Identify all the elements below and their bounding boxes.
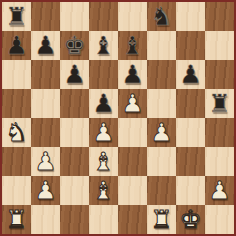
square-c7[interactable]: ♚ [60,31,89,60]
square-a5[interactable] [2,89,31,118]
square-c2[interactable] [60,176,89,205]
chess-board: ♜♞♟♟♚♝♝♟♟♟♟♟♜♞♟♟♟♝♟♝♟♜♜♚ [2,2,234,234]
square-g2[interactable] [176,176,205,205]
piece-black-bishop[interactable]: ♝ [92,31,114,60]
square-b8[interactable] [31,2,60,31]
square-a3[interactable] [2,147,31,176]
square-e8[interactable] [118,2,147,31]
square-h4[interactable] [205,118,234,147]
square-b2[interactable]: ♟ [31,176,60,205]
square-g4[interactable] [176,118,205,147]
piece-black-pawn[interactable]: ♟ [34,31,56,60]
square-h3[interactable] [205,147,234,176]
square-a6[interactable] [2,60,31,89]
piece-white-bishop[interactable]: ♝ [92,176,114,205]
square-a7[interactable]: ♟ [2,31,31,60]
square-g5[interactable] [176,89,205,118]
square-a1[interactable]: ♜ [2,205,31,234]
square-d5[interactable]: ♟ [89,89,118,118]
square-c4[interactable] [60,118,89,147]
square-d1[interactable] [89,205,118,234]
piece-white-pawn[interactable]: ♟ [92,118,114,147]
square-e3[interactable] [118,147,147,176]
square-e5[interactable]: ♟ [118,89,147,118]
piece-white-pawn[interactable]: ♟ [34,176,56,205]
piece-white-bishop[interactable]: ♝ [92,147,114,176]
square-c3[interactable] [60,147,89,176]
piece-white-pawn[interactable]: ♟ [34,147,56,176]
square-a2[interactable] [2,176,31,205]
square-e4[interactable] [118,118,147,147]
square-d7[interactable]: ♝ [89,31,118,60]
square-b6[interactable] [31,60,60,89]
square-g7[interactable] [176,31,205,60]
piece-black-pawn[interactable]: ♟ [5,31,27,60]
piece-white-knight[interactable]: ♞ [5,118,27,147]
square-g1[interactable]: ♚ [176,205,205,234]
square-f6[interactable] [147,60,176,89]
square-a8[interactable]: ♜ [2,2,31,31]
square-h6[interactable] [205,60,234,89]
square-c6[interactable]: ♟ [60,60,89,89]
piece-white-pawn[interactable]: ♟ [150,118,172,147]
square-f1[interactable]: ♜ [147,205,176,234]
piece-black-rook[interactable]: ♜ [5,2,27,31]
square-f5[interactable] [147,89,176,118]
square-h1[interactable] [205,205,234,234]
square-c8[interactable] [60,2,89,31]
piece-black-pawn[interactable]: ♟ [63,60,85,89]
square-b4[interactable] [31,118,60,147]
piece-white-pawn[interactable]: ♟ [121,89,143,118]
square-g6[interactable]: ♟ [176,60,205,89]
piece-white-rook[interactable]: ♜ [5,205,27,234]
square-f2[interactable] [147,176,176,205]
square-h8[interactable] [205,2,234,31]
square-a4[interactable]: ♞ [2,118,31,147]
square-e2[interactable] [118,176,147,205]
square-b5[interactable] [31,89,60,118]
square-f8[interactable]: ♞ [147,2,176,31]
square-f3[interactable] [147,147,176,176]
square-b3[interactable]: ♟ [31,147,60,176]
square-f4[interactable]: ♟ [147,118,176,147]
piece-black-pawn[interactable]: ♟ [92,89,114,118]
square-h5[interactable]: ♜ [205,89,234,118]
square-d6[interactable] [89,60,118,89]
board-frame: ♜♞♟♟♚♝♝♟♟♟♟♟♜♞♟♟♟♝♟♝♟♜♜♚ [0,0,236,236]
square-g3[interactable] [176,147,205,176]
square-b7[interactable]: ♟ [31,31,60,60]
square-e6[interactable]: ♟ [118,60,147,89]
piece-white-king[interactable]: ♚ [179,205,201,234]
square-g8[interactable] [176,2,205,31]
piece-black-pawn[interactable]: ♟ [179,60,201,89]
square-f7[interactable] [147,31,176,60]
square-e7[interactable]: ♝ [118,31,147,60]
square-h2[interactable]: ♟ [205,176,234,205]
piece-black-king[interactable]: ♚ [63,31,85,60]
piece-black-rook[interactable]: ♜ [208,89,230,118]
piece-black-bishop[interactable]: ♝ [121,31,143,60]
square-d4[interactable]: ♟ [89,118,118,147]
piece-white-rook[interactable]: ♜ [150,205,172,234]
piece-white-pawn[interactable]: ♟ [208,176,230,205]
square-b1[interactable] [31,205,60,234]
piece-black-knight[interactable]: ♞ [150,2,172,31]
square-d8[interactable] [89,2,118,31]
square-d3[interactable]: ♝ [89,147,118,176]
piece-black-pawn[interactable]: ♟ [121,60,143,89]
square-c1[interactable] [60,205,89,234]
square-d2[interactable]: ♝ [89,176,118,205]
square-c5[interactable] [60,89,89,118]
square-e1[interactable] [118,205,147,234]
square-h7[interactable] [205,31,234,60]
